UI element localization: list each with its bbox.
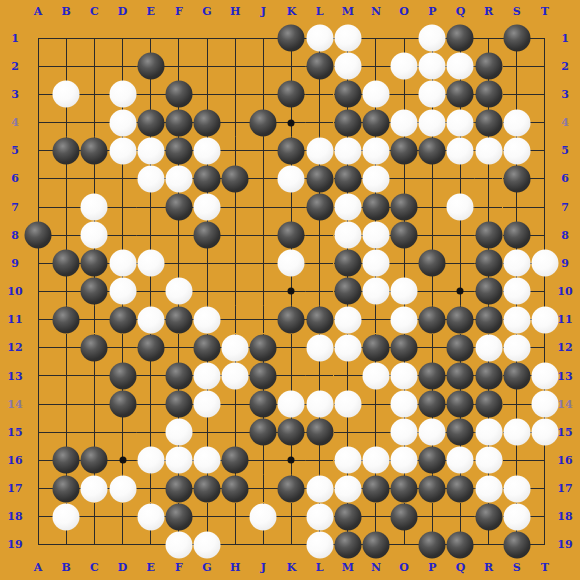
intersection-J3[interactable] [249,80,277,108]
intersection-L13[interactable] [306,362,334,390]
intersection-H17[interactable] [221,475,249,503]
intersection-A13[interactable] [24,362,52,390]
intersection-G17[interactable] [193,475,221,503]
intersection-R4[interactable] [475,108,503,136]
intersection-N9[interactable] [362,249,390,277]
intersection-K5[interactable] [277,137,305,165]
intersection-F11[interactable] [165,306,193,334]
intersection-Q10[interactable] [446,277,474,305]
intersection-L19[interactable] [306,531,334,559]
intersection-R3[interactable] [475,80,503,108]
intersection-G15[interactable] [193,418,221,446]
intersection-F3[interactable] [165,80,193,108]
intersection-G18[interactable] [193,503,221,531]
intersection-O14[interactable] [390,390,418,418]
intersection-D15[interactable] [108,418,136,446]
intersection-H6[interactable] [221,165,249,193]
intersection-P3[interactable] [418,80,446,108]
intersection-F1[interactable] [165,24,193,52]
intersection-P13[interactable] [418,362,446,390]
intersection-P7[interactable] [418,193,446,221]
intersection-S12[interactable] [503,334,531,362]
intersection-H19[interactable] [221,531,249,559]
intersection-C5[interactable] [80,137,108,165]
intersection-N13[interactable] [362,362,390,390]
intersection-D17[interactable] [108,475,136,503]
intersection-H13[interactable] [221,362,249,390]
intersection-A19[interactable] [24,531,52,559]
intersection-C6[interactable] [80,165,108,193]
intersection-B14[interactable] [52,390,80,418]
intersection-E4[interactable] [137,108,165,136]
intersection-O4[interactable] [390,108,418,136]
intersection-P6[interactable] [418,165,446,193]
intersection-R15[interactable] [475,418,503,446]
intersection-F13[interactable] [165,362,193,390]
intersection-S18[interactable] [503,503,531,531]
intersection-B3[interactable] [52,80,80,108]
intersection-M14[interactable] [334,390,362,418]
intersection-O3[interactable] [390,80,418,108]
intersection-B10[interactable] [52,277,80,305]
intersection-O18[interactable] [390,503,418,531]
intersection-L9[interactable] [306,249,334,277]
intersection-M2[interactable] [334,52,362,80]
intersection-G13[interactable] [193,362,221,390]
intersection-G14[interactable] [193,390,221,418]
intersection-P10[interactable] [418,277,446,305]
intersection-B13[interactable] [52,362,80,390]
intersection-K13[interactable] [277,362,305,390]
intersection-K10[interactable] [277,277,305,305]
intersection-C7[interactable] [80,193,108,221]
intersection-P2[interactable] [418,52,446,80]
intersection-C19[interactable] [80,531,108,559]
intersection-B8[interactable] [52,221,80,249]
intersection-M18[interactable] [334,503,362,531]
intersection-M9[interactable] [334,249,362,277]
intersection-B4[interactable] [52,108,80,136]
intersection-E1[interactable] [137,24,165,52]
intersection-B6[interactable] [52,165,80,193]
intersection-D16[interactable] [108,446,136,474]
intersection-A18[interactable] [24,503,52,531]
intersection-C8[interactable] [80,221,108,249]
intersection-G10[interactable] [193,277,221,305]
intersection-A3[interactable] [24,80,52,108]
intersection-A12[interactable] [24,334,52,362]
intersection-K17[interactable] [277,475,305,503]
intersection-M6[interactable] [334,165,362,193]
intersection-Q3[interactable] [446,80,474,108]
intersection-G12[interactable] [193,334,221,362]
intersection-Q4[interactable] [446,108,474,136]
intersection-O13[interactable] [390,362,418,390]
intersection-E15[interactable] [137,418,165,446]
intersection-S13[interactable] [503,362,531,390]
intersection-N8[interactable] [362,221,390,249]
intersection-R5[interactable] [475,137,503,165]
intersection-K15[interactable] [277,418,305,446]
intersection-J2[interactable] [249,52,277,80]
intersection-F8[interactable] [165,221,193,249]
intersection-E5[interactable] [137,137,165,165]
intersection-L18[interactable] [306,503,334,531]
intersection-J12[interactable] [249,334,277,362]
intersection-L4[interactable] [306,108,334,136]
intersection-E13[interactable] [137,362,165,390]
intersection-N1[interactable] [362,24,390,52]
intersection-M19[interactable] [334,531,362,559]
intersection-C11[interactable] [80,306,108,334]
intersection-K8[interactable] [277,221,305,249]
intersection-N10[interactable] [362,277,390,305]
intersection-O19[interactable] [390,531,418,559]
intersection-S15[interactable] [503,418,531,446]
intersection-J7[interactable] [249,193,277,221]
intersection-S10[interactable] [503,277,531,305]
intersection-N18[interactable] [362,503,390,531]
intersection-S16[interactable] [503,446,531,474]
intersection-G3[interactable] [193,80,221,108]
intersection-Q8[interactable] [446,221,474,249]
intersection-G2[interactable] [193,52,221,80]
intersection-S2[interactable] [503,52,531,80]
intersection-H8[interactable] [221,221,249,249]
intersection-R9[interactable] [475,249,503,277]
intersection-N7[interactable] [362,193,390,221]
intersection-R18[interactable] [475,503,503,531]
intersection-K6[interactable] [277,165,305,193]
intersection-K11[interactable] [277,306,305,334]
intersection-N5[interactable] [362,137,390,165]
intersection-D9[interactable] [108,249,136,277]
intersection-K3[interactable] [277,80,305,108]
intersection-C13[interactable] [80,362,108,390]
intersection-D10[interactable] [108,277,136,305]
intersection-H11[interactable] [221,306,249,334]
intersection-C16[interactable] [80,446,108,474]
intersection-N2[interactable] [362,52,390,80]
intersection-Q19[interactable] [446,531,474,559]
intersection-L17[interactable] [306,475,334,503]
intersection-R12[interactable] [475,334,503,362]
intersection-O11[interactable] [390,306,418,334]
intersection-J1[interactable] [249,24,277,52]
intersection-P1[interactable] [418,24,446,52]
intersection-A5[interactable] [24,137,52,165]
intersection-R16[interactable] [475,446,503,474]
intersection-Q9[interactable] [446,249,474,277]
intersection-J18[interactable] [249,503,277,531]
intersection-A7[interactable] [24,193,52,221]
intersection-H5[interactable] [221,137,249,165]
intersection-Q14[interactable] [446,390,474,418]
intersection-Q15[interactable] [446,418,474,446]
intersection-F2[interactable] [165,52,193,80]
intersection-L2[interactable] [306,52,334,80]
intersection-A6[interactable] [24,165,52,193]
intersection-H18[interactable] [221,503,249,531]
intersection-E3[interactable] [137,80,165,108]
intersection-L14[interactable] [306,390,334,418]
intersection-R10[interactable] [475,277,503,305]
intersection-J15[interactable] [249,418,277,446]
intersection-A2[interactable] [24,52,52,80]
intersection-F16[interactable] [165,446,193,474]
intersection-B7[interactable] [52,193,80,221]
intersection-E19[interactable] [137,531,165,559]
intersection-P12[interactable] [418,334,446,362]
intersection-L6[interactable] [306,165,334,193]
intersection-C9[interactable] [80,249,108,277]
intersection-R19[interactable] [475,531,503,559]
intersection-B2[interactable] [52,52,80,80]
intersection-H15[interactable] [221,418,249,446]
intersection-B18[interactable] [52,503,80,531]
intersection-H14[interactable] [221,390,249,418]
intersection-D5[interactable] [108,137,136,165]
intersection-Q13[interactable] [446,362,474,390]
intersection-R7[interactable] [475,193,503,221]
intersection-C10[interactable] [80,277,108,305]
intersection-R11[interactable] [475,306,503,334]
intersection-O17[interactable] [390,475,418,503]
intersection-K12[interactable] [277,334,305,362]
intersection-L3[interactable] [306,80,334,108]
intersection-L16[interactable] [306,446,334,474]
intersection-J11[interactable] [249,306,277,334]
intersection-H1[interactable] [221,24,249,52]
intersection-N14[interactable] [362,390,390,418]
intersection-C14[interactable] [80,390,108,418]
intersection-S11[interactable] [503,306,531,334]
intersection-L7[interactable] [306,193,334,221]
intersection-O5[interactable] [390,137,418,165]
intersection-G11[interactable] [193,306,221,334]
intersection-J13[interactable] [249,362,277,390]
intersection-P17[interactable] [418,475,446,503]
intersection-B9[interactable] [52,249,80,277]
intersection-C17[interactable] [80,475,108,503]
intersection-B5[interactable] [52,137,80,165]
intersection-D2[interactable] [108,52,136,80]
intersection-D13[interactable] [108,362,136,390]
intersection-P16[interactable] [418,446,446,474]
intersection-J8[interactable] [249,221,277,249]
intersection-M4[interactable] [334,108,362,136]
intersection-B12[interactable] [52,334,80,362]
intersection-C1[interactable] [80,24,108,52]
intersection-A17[interactable] [24,475,52,503]
intersection-J6[interactable] [249,165,277,193]
intersection-A9[interactable] [24,249,52,277]
intersection-O6[interactable] [390,165,418,193]
intersection-P4[interactable] [418,108,446,136]
intersection-F19[interactable] [165,531,193,559]
intersection-L8[interactable] [306,221,334,249]
intersection-D12[interactable] [108,334,136,362]
intersection-E17[interactable] [137,475,165,503]
intersection-J5[interactable] [249,137,277,165]
intersection-M12[interactable] [334,334,362,362]
intersection-D4[interactable] [108,108,136,136]
intersection-B1[interactable] [52,24,80,52]
intersection-H2[interactable] [221,52,249,80]
intersection-Q2[interactable] [446,52,474,80]
intersection-E6[interactable] [137,165,165,193]
intersection-G19[interactable] [193,531,221,559]
intersection-D19[interactable] [108,531,136,559]
intersection-K4[interactable] [277,108,305,136]
intersection-J14[interactable] [249,390,277,418]
intersection-B15[interactable] [52,418,80,446]
intersection-D18[interactable] [108,503,136,531]
intersection-M1[interactable] [334,24,362,52]
intersection-N12[interactable] [362,334,390,362]
intersection-R8[interactable] [475,221,503,249]
intersection-N11[interactable] [362,306,390,334]
intersection-R2[interactable] [475,52,503,80]
intersection-F5[interactable] [165,137,193,165]
intersection-M7[interactable] [334,193,362,221]
intersection-N15[interactable] [362,418,390,446]
intersection-O10[interactable] [390,277,418,305]
intersection-K14[interactable] [277,390,305,418]
intersection-A1[interactable] [24,24,52,52]
intersection-G1[interactable] [193,24,221,52]
intersection-C15[interactable] [80,418,108,446]
intersection-J4[interactable] [249,108,277,136]
intersection-F9[interactable] [165,249,193,277]
intersection-O9[interactable] [390,249,418,277]
intersection-E16[interactable] [137,446,165,474]
intersection-N19[interactable] [362,531,390,559]
intersection-D7[interactable] [108,193,136,221]
intersection-R13[interactable] [475,362,503,390]
intersection-O15[interactable] [390,418,418,446]
intersection-H3[interactable] [221,80,249,108]
intersection-A16[interactable] [24,446,52,474]
intersection-Q12[interactable] [446,334,474,362]
intersection-Q6[interactable] [446,165,474,193]
intersection-A15[interactable] [24,418,52,446]
intersection-Q5[interactable] [446,137,474,165]
intersection-P11[interactable] [418,306,446,334]
intersection-H10[interactable] [221,277,249,305]
intersection-O7[interactable] [390,193,418,221]
intersection-Q18[interactable] [446,503,474,531]
intersection-S6[interactable] [503,165,531,193]
intersection-O2[interactable] [390,52,418,80]
intersection-F14[interactable] [165,390,193,418]
intersection-D11[interactable] [108,306,136,334]
intersection-D14[interactable] [108,390,136,418]
intersection-J9[interactable] [249,249,277,277]
intersection-M5[interactable] [334,137,362,165]
intersection-B11[interactable] [52,306,80,334]
intersection-K9[interactable] [277,249,305,277]
intersection-H7[interactable] [221,193,249,221]
intersection-F15[interactable] [165,418,193,446]
intersection-G16[interactable] [193,446,221,474]
intersection-M15[interactable] [334,418,362,446]
intersection-B16[interactable] [52,446,80,474]
intersection-O1[interactable] [390,24,418,52]
intersection-K7[interactable] [277,193,305,221]
intersection-S1[interactable] [503,24,531,52]
intersection-S5[interactable] [503,137,531,165]
intersection-C3[interactable] [80,80,108,108]
intersection-S19[interactable] [503,531,531,559]
intersection-S7[interactable] [503,193,531,221]
intersection-O8[interactable] [390,221,418,249]
intersection-N4[interactable] [362,108,390,136]
intersection-G4[interactable] [193,108,221,136]
intersection-A10[interactable] [24,277,52,305]
intersection-C12[interactable] [80,334,108,362]
intersection-G7[interactable] [193,193,221,221]
intersection-A4[interactable] [24,108,52,136]
intersection-H16[interactable] [221,446,249,474]
intersection-R1[interactable] [475,24,503,52]
intersection-E11[interactable] [137,306,165,334]
intersection-J16[interactable] [249,446,277,474]
intersection-D1[interactable] [108,24,136,52]
intersection-P14[interactable] [418,390,446,418]
intersection-L11[interactable] [306,306,334,334]
intersection-E18[interactable] [137,503,165,531]
intersection-N17[interactable] [362,475,390,503]
intersection-F17[interactable] [165,475,193,503]
intersection-Q1[interactable] [446,24,474,52]
intersection-K2[interactable] [277,52,305,80]
intersection-S4[interactable] [503,108,531,136]
intersection-M11[interactable] [334,306,362,334]
intersection-S8[interactable] [503,221,531,249]
intersection-S14[interactable] [503,390,531,418]
intersection-G9[interactable] [193,249,221,277]
intersection-S9[interactable] [503,249,531,277]
intersection-M17[interactable] [334,475,362,503]
intersection-P15[interactable] [418,418,446,446]
intersection-H9[interactable] [221,249,249,277]
intersection-P19[interactable] [418,531,446,559]
intersection-C4[interactable] [80,108,108,136]
intersection-J10[interactable] [249,277,277,305]
intersection-J19[interactable] [249,531,277,559]
intersection-Q11[interactable] [446,306,474,334]
intersection-B19[interactable] [52,531,80,559]
intersection-F18[interactable] [165,503,193,531]
intersection-M10[interactable] [334,277,362,305]
intersection-E14[interactable] [137,390,165,418]
intersection-L15[interactable] [306,418,334,446]
intersection-A14[interactable] [24,390,52,418]
intersection-E8[interactable] [137,221,165,249]
intersection-R6[interactable] [475,165,503,193]
intersection-H12[interactable] [221,334,249,362]
intersection-Q7[interactable] [446,193,474,221]
intersection-G8[interactable] [193,221,221,249]
intersection-C2[interactable] [80,52,108,80]
intersection-E9[interactable] [137,249,165,277]
intersection-F6[interactable] [165,165,193,193]
intersection-F10[interactable] [165,277,193,305]
intersection-O16[interactable] [390,446,418,474]
intersection-D3[interactable] [108,80,136,108]
intersection-E10[interactable] [137,277,165,305]
